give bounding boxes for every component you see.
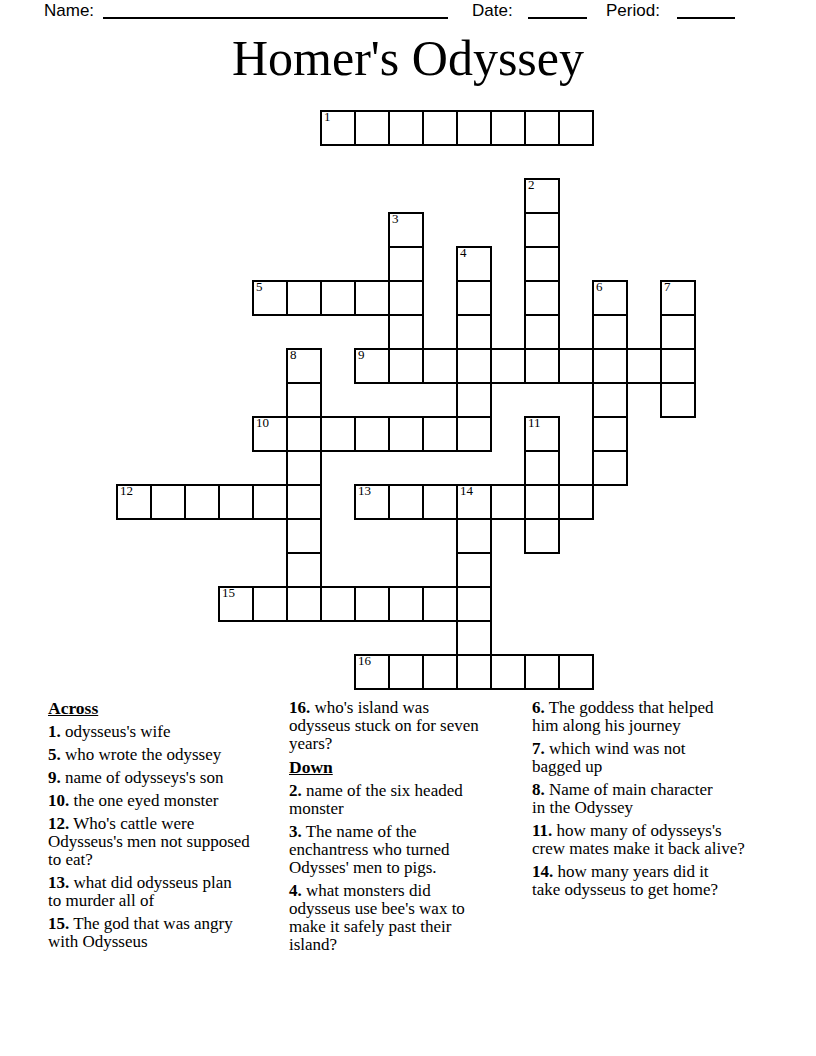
- grid-cell[interactable]: [320, 586, 356, 622]
- grid-cell[interactable]: [456, 518, 492, 554]
- crossword-grid: 12345678910111213141516: [116, 110, 696, 690]
- cell-number: 5: [256, 282, 263, 292]
- clue-text-line: in the Odyssey: [532, 799, 774, 817]
- date-blank-line[interactable]: [528, 3, 587, 19]
- grid-cell[interactable]: [388, 654, 424, 690]
- clue-12-across: 12. Who's cattle wereOdysseus's men not …: [48, 815, 282, 869]
- clue-text-line: 11. how many of odysseys's: [532, 822, 774, 840]
- clue-text-line: 7. which wind was not: [532, 740, 774, 758]
- cell-number: 1: [324, 112, 331, 122]
- grid-cell[interactable]: [252, 484, 288, 520]
- clue-number: 16.: [289, 698, 310, 717]
- grid-cell[interactable]: [524, 212, 560, 248]
- grid-cell[interactable]: [252, 586, 288, 622]
- clue-column-left: Across1. odysseus's wife5. who wrote the…: [48, 699, 282, 956]
- clue-text-line: 10. the one eyed monster: [48, 792, 282, 810]
- clue-text-line: 2. name of the six headed: [289, 782, 515, 800]
- clue-text-line: take odysseus to get home?: [532, 881, 774, 899]
- clue-text-line: Odysses' men to pigs.: [289, 859, 515, 877]
- grid-cell[interactable]: [626, 348, 662, 384]
- clue-1-across: 1. odysseus's wife: [48, 723, 282, 741]
- grid-cell[interactable]: [456, 382, 492, 418]
- grid-cell[interactable]: [490, 484, 526, 520]
- clue-number: 13.: [48, 873, 69, 892]
- clue-16-across: 16. who's island wasodysseus stuck on fo…: [289, 699, 515, 753]
- clue-text-line: make it safely past their: [289, 918, 515, 936]
- clue-number: 15.: [48, 914, 69, 933]
- clue-text-line: 5. who wrote the odyssey: [48, 746, 282, 764]
- grid-cell[interactable]: [524, 314, 560, 350]
- grid-cell[interactable]: [150, 484, 186, 520]
- clue-number: 5.: [48, 745, 61, 764]
- clue-text-line: odysseus use bee's wax to: [289, 900, 515, 918]
- grid-cell[interactable]: 15: [218, 586, 254, 622]
- grid-cell[interactable]: [660, 314, 696, 350]
- grid-cell[interactable]: [388, 586, 424, 622]
- clue-number: 14.: [532, 862, 553, 881]
- clue-text-line: crew mates make it back alive?: [532, 840, 774, 858]
- clue-text-line: 8. Name of main character: [532, 781, 774, 799]
- clue-10-across: 10. the one eyed monster: [48, 792, 282, 810]
- clue-text-line: bagged up: [532, 758, 774, 776]
- clue-text-line: 16. who's island was: [289, 699, 515, 717]
- grid-cell[interactable]: [388, 484, 424, 520]
- grid-cell[interactable]: 1: [320, 110, 356, 146]
- clue-2-down: 2. name of the six headedmonster: [289, 782, 515, 818]
- clue-9-across: 9. name of odysseys's son: [48, 769, 282, 787]
- clue-text-line: 4. what monsters did: [289, 882, 515, 900]
- grid-cell[interactable]: [592, 450, 628, 486]
- grid-cell[interactable]: [422, 110, 458, 146]
- cell-number: 12: [120, 486, 133, 496]
- grid-cell[interactable]: 5: [252, 280, 288, 316]
- clue-column-middle: 16. who's island wasodysseus stuck on fo…: [289, 699, 515, 959]
- cell-number: 10: [256, 418, 269, 428]
- cell-number: 15: [222, 588, 235, 598]
- cell-number: 9: [358, 350, 365, 360]
- grid-cell[interactable]: [354, 280, 390, 316]
- clue-text-line: 13. what did odysseus plan: [48, 874, 282, 892]
- grid-cell[interactable]: 3: [388, 212, 424, 248]
- grid-cell[interactable]: 2: [524, 178, 560, 214]
- grid-cell[interactable]: [320, 280, 356, 316]
- grid-cell[interactable]: 10: [252, 416, 288, 452]
- grid-cell[interactable]: [422, 586, 458, 622]
- grid-cell[interactable]: [456, 314, 492, 350]
- clue-15-across: 15. The god that was angrywith Odysseus: [48, 915, 282, 951]
- clue-number: 12.: [48, 814, 69, 833]
- clue-text-line: 3. The name of the: [289, 823, 515, 841]
- cell-number: 8: [290, 350, 297, 360]
- grid-cell[interactable]: [524, 348, 560, 384]
- name-blank-line[interactable]: [103, 3, 448, 19]
- grid-cell[interactable]: 7: [660, 280, 696, 316]
- cell-number: 11: [528, 418, 541, 428]
- grid-cell[interactable]: 6: [592, 280, 628, 316]
- clue-number: 7.: [532, 739, 545, 758]
- grid-cell[interactable]: [558, 348, 594, 384]
- grid-cell[interactable]: [184, 484, 220, 520]
- grid-cell[interactable]: [592, 416, 628, 452]
- grid-cell[interactable]: [286, 586, 322, 622]
- grid-cell[interactable]: [422, 484, 458, 520]
- cell-number: 16: [358, 656, 371, 666]
- clue-text-line: 9. name of odysseys's son: [48, 769, 282, 787]
- clue-5-across: 5. who wrote the odyssey: [48, 746, 282, 764]
- grid-cell[interactable]: 14: [456, 484, 492, 520]
- date-field-label: Date:: [472, 1, 513, 21]
- clue-text-line: Odysseus's men not supposed: [48, 833, 282, 851]
- grid-cell[interactable]: [490, 348, 526, 384]
- name-field-label: Name:: [44, 1, 94, 21]
- grid-cell[interactable]: [286, 484, 322, 520]
- grid-cell[interactable]: [286, 450, 322, 486]
- clue-text-line: odysseus stuck on for seven: [289, 717, 515, 735]
- grid-cell[interactable]: [286, 518, 322, 554]
- grid-cell[interactable]: [320, 416, 356, 452]
- grid-cell[interactable]: 4: [456, 246, 492, 282]
- cell-number: 14: [460, 486, 473, 496]
- grid-cell[interactable]: [558, 110, 594, 146]
- period-blank-line[interactable]: [677, 3, 735, 19]
- grid-cell[interactable]: [388, 110, 424, 146]
- cell-number: 13: [358, 486, 371, 496]
- grid-cell[interactable]: [592, 382, 628, 418]
- grid-cell[interactable]: [524, 484, 560, 520]
- clue-number: 4.: [289, 881, 302, 900]
- clue-text-line: 15. The god that was angry: [48, 915, 282, 933]
- grid-cell[interactable]: 8: [286, 348, 322, 384]
- clue-number: 6.: [532, 698, 545, 717]
- clue-7-down: 7. which wind was notbagged up: [532, 740, 774, 776]
- grid-cell[interactable]: [490, 654, 526, 690]
- grid-cell[interactable]: [354, 586, 390, 622]
- grid-cell[interactable]: [592, 314, 628, 350]
- down-clues-header: Down: [289, 758, 515, 776]
- clue-number: 3.: [289, 822, 302, 841]
- cell-number: 4: [460, 248, 467, 258]
- grid-cell[interactable]: [456, 110, 492, 146]
- cell-number: 6: [596, 282, 603, 292]
- grid-cell[interactable]: [456, 348, 492, 384]
- grid-cell[interactable]: [558, 654, 594, 690]
- clue-number: 8.: [532, 780, 545, 799]
- grid-cell[interactable]: [422, 348, 458, 384]
- clue-text-line: 12. Who's cattle were: [48, 815, 282, 833]
- grid-cell[interactable]: [286, 382, 322, 418]
- grid-cell[interactable]: [456, 654, 492, 690]
- clue-13-across: 13. what did odysseus planto murder all …: [48, 874, 282, 910]
- clue-text-line: 6. The goddess that helped: [532, 699, 774, 717]
- grid-cell[interactable]: 11: [524, 416, 560, 452]
- grid-cell[interactable]: [388, 314, 424, 350]
- clue-4-down: 4. what monsters didodysseus use bee's w…: [289, 882, 515, 954]
- grid-cell[interactable]: [456, 552, 492, 588]
- grid-cell[interactable]: [388, 348, 424, 384]
- clue-text-line: to murder all of: [48, 892, 282, 910]
- grid-cell[interactable]: [286, 552, 322, 588]
- clue-text-line: 14. how many years did it: [532, 863, 774, 881]
- clue-number: 10.: [48, 791, 69, 810]
- grid-cell[interactable]: [524, 654, 560, 690]
- grid-cell[interactable]: [456, 280, 492, 316]
- grid-cell[interactable]: 12: [116, 484, 152, 520]
- grid-cell[interactable]: [524, 246, 560, 282]
- clue-8-down: 8. Name of main characterin the Odyssey: [532, 781, 774, 817]
- grid-cell[interactable]: [286, 280, 322, 316]
- grid-cell[interactable]: [524, 280, 560, 316]
- clue-11-down: 11. how many of odysseys'screw mates mak…: [532, 822, 774, 858]
- clue-text-line: him along his journey: [532, 717, 774, 735]
- grid-cell[interactable]: [388, 246, 424, 282]
- clue-text-line: monster: [289, 800, 515, 818]
- grid-cell[interactable]: [456, 416, 492, 452]
- grid-cell[interactable]: [558, 484, 594, 520]
- clue-text-line: island?: [289, 936, 515, 954]
- grid-cell[interactable]: [660, 382, 696, 418]
- grid-cell[interactable]: [388, 416, 424, 452]
- clue-3-down: 3. The name of theenchantress who turned…: [289, 823, 515, 877]
- grid-cell[interactable]: [354, 416, 390, 452]
- grid-cell[interactable]: 16: [354, 654, 390, 690]
- clue-number: 9.: [48, 768, 61, 787]
- clue-6-down: 6. The goddess that helpedhim along his …: [532, 699, 774, 735]
- clue-number: 1.: [48, 722, 61, 741]
- grid-cell[interactable]: [524, 110, 560, 146]
- grid-cell[interactable]: [286, 416, 322, 452]
- clue-text-line: with Odysseus: [48, 933, 282, 951]
- clue-text-line: enchantress who turned: [289, 841, 515, 859]
- grid-cell[interactable]: [422, 416, 458, 452]
- grid-cell[interactable]: 9: [354, 348, 390, 384]
- worksheet-page: Name: Date: Period: Homer's Odyssey 1234…: [0, 0, 816, 1056]
- period-field-label: Period:: [606, 1, 660, 21]
- grid-cell[interactable]: [490, 110, 526, 146]
- cell-number: 3: [392, 214, 399, 224]
- clue-text-line: years?: [289, 735, 515, 753]
- clue-number: 11.: [532, 821, 552, 840]
- clue-number: 2.: [289, 781, 302, 800]
- clue-14-down: 14. how many years did ittake odysseus t…: [532, 863, 774, 899]
- grid-cell[interactable]: [218, 484, 254, 520]
- grid-cell[interactable]: [660, 348, 696, 384]
- grid-cell[interactable]: [592, 348, 628, 384]
- cell-number: 7: [664, 282, 671, 292]
- grid-cell[interactable]: [354, 110, 390, 146]
- clue-text-line: 1. odysseus's wife: [48, 723, 282, 741]
- grid-cell[interactable]: [524, 518, 560, 554]
- grid-cell[interactable]: [456, 620, 492, 656]
- grid-cell[interactable]: [524, 450, 560, 486]
- puzzle-title: Homer's Odyssey: [0, 33, 816, 83]
- clue-text-line: to eat?: [48, 851, 282, 869]
- cell-number: 2: [528, 180, 535, 190]
- grid-cell[interactable]: 13: [354, 484, 390, 520]
- clue-column-right: 6. The goddess that helpedhim along his …: [532, 699, 774, 904]
- across-clues-header: Across: [48, 699, 282, 717]
- grid-cell[interactable]: [388, 280, 424, 316]
- grid-cell[interactable]: [456, 586, 492, 622]
- grid-cell[interactable]: [422, 654, 458, 690]
